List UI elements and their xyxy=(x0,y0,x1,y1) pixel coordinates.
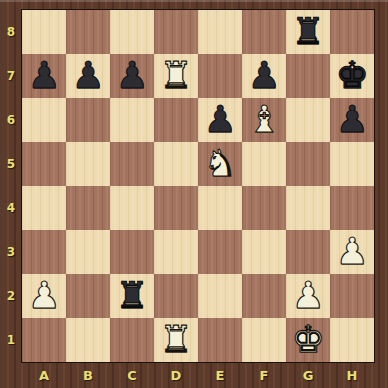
square-b4[interactable] xyxy=(66,186,110,230)
rank-labels: 87654321 xyxy=(0,10,22,362)
piece-black-pawn[interactable]: ♟ xyxy=(247,54,280,98)
square-h2[interactable] xyxy=(330,274,374,318)
square-e6[interactable]: ♟ xyxy=(198,98,242,142)
square-f2[interactable] xyxy=(242,274,286,318)
square-d2[interactable] xyxy=(154,274,198,318)
square-g2[interactable]: ♟ xyxy=(286,274,330,318)
piece-black-rook[interactable]: ♜ xyxy=(291,10,324,54)
board-grid: ♜♟♟♟♜♟♚♟♝♟♞♟♟♜♟♜♚ xyxy=(22,10,374,362)
piece-white-pawn[interactable]: ♟ xyxy=(291,274,324,318)
file-label-a: A xyxy=(22,362,66,388)
file-labels: ABCDEFGH xyxy=(22,362,374,388)
square-e3[interactable] xyxy=(198,230,242,274)
square-c5[interactable] xyxy=(110,142,154,186)
square-c3[interactable] xyxy=(110,230,154,274)
piece-black-pawn[interactable]: ♟ xyxy=(115,54,148,98)
square-g4[interactable] xyxy=(286,186,330,230)
piece-white-pawn[interactable]: ♟ xyxy=(335,230,368,274)
square-c7[interactable]: ♟ xyxy=(110,54,154,98)
square-h4[interactable] xyxy=(330,186,374,230)
square-b6[interactable] xyxy=(66,98,110,142)
square-e2[interactable] xyxy=(198,274,242,318)
square-b3[interactable] xyxy=(66,230,110,274)
square-c8[interactable] xyxy=(110,10,154,54)
rank-label-4: 4 xyxy=(0,186,22,230)
piece-white-bishop[interactable]: ♝ xyxy=(247,98,280,142)
square-b5[interactable] xyxy=(66,142,110,186)
square-b1[interactable] xyxy=(66,318,110,362)
square-d4[interactable] xyxy=(154,186,198,230)
square-f1[interactable] xyxy=(242,318,286,362)
square-e8[interactable] xyxy=(198,10,242,54)
square-e5[interactable]: ♞ xyxy=(198,142,242,186)
square-a4[interactable] xyxy=(22,186,66,230)
square-a6[interactable] xyxy=(22,98,66,142)
square-g7[interactable] xyxy=(286,54,330,98)
square-f3[interactable] xyxy=(242,230,286,274)
piece-black-king[interactable]: ♚ xyxy=(335,54,368,98)
piece-white-rook[interactable]: ♜ xyxy=(159,318,192,362)
square-a1[interactable] xyxy=(22,318,66,362)
piece-white-rook[interactable]: ♜ xyxy=(159,54,192,98)
square-b2[interactable] xyxy=(66,274,110,318)
square-h8[interactable] xyxy=(330,10,374,54)
square-c1[interactable] xyxy=(110,318,154,362)
square-h5[interactable] xyxy=(330,142,374,186)
square-b7[interactable]: ♟ xyxy=(66,54,110,98)
piece-white-pawn[interactable]: ♟ xyxy=(27,274,60,318)
square-a5[interactable] xyxy=(22,142,66,186)
rank-label-1: 1 xyxy=(0,318,22,362)
piece-white-knight[interactable]: ♞ xyxy=(203,142,236,186)
square-a8[interactable] xyxy=(22,10,66,54)
square-f5[interactable] xyxy=(242,142,286,186)
rank-label-3: 3 xyxy=(0,230,22,274)
square-g1[interactable]: ♚ xyxy=(286,318,330,362)
square-h6[interactable]: ♟ xyxy=(330,98,374,142)
square-a3[interactable] xyxy=(22,230,66,274)
file-label-h: H xyxy=(330,362,374,388)
square-b8[interactable] xyxy=(66,10,110,54)
rank-label-6: 6 xyxy=(0,98,22,142)
file-label-f: F xyxy=(242,362,286,388)
square-a2[interactable]: ♟ xyxy=(22,274,66,318)
piece-black-pawn[interactable]: ♟ xyxy=(27,54,60,98)
square-f8[interactable] xyxy=(242,10,286,54)
square-d3[interactable] xyxy=(154,230,198,274)
square-f4[interactable] xyxy=(242,186,286,230)
square-g8[interactable]: ♜ xyxy=(286,10,330,54)
square-h7[interactable]: ♚ xyxy=(330,54,374,98)
rank-label-2: 2 xyxy=(0,274,22,318)
square-g3[interactable] xyxy=(286,230,330,274)
square-d7[interactable]: ♜ xyxy=(154,54,198,98)
rank-label-5: 5 xyxy=(0,142,22,186)
square-d5[interactable] xyxy=(154,142,198,186)
square-f7[interactable]: ♟ xyxy=(242,54,286,98)
square-e4[interactable] xyxy=(198,186,242,230)
square-c2[interactable]: ♜ xyxy=(110,274,154,318)
piece-white-king[interactable]: ♚ xyxy=(291,318,324,362)
rank-label-8: 8 xyxy=(0,10,22,54)
rank-label-7: 7 xyxy=(0,54,22,98)
file-label-e: E xyxy=(198,362,242,388)
square-g6[interactable] xyxy=(286,98,330,142)
piece-black-rook[interactable]: ♜ xyxy=(115,274,148,318)
piece-black-pawn[interactable]: ♟ xyxy=(335,98,368,142)
square-c4[interactable] xyxy=(110,186,154,230)
file-label-c: C xyxy=(110,362,154,388)
square-d8[interactable] xyxy=(154,10,198,54)
file-label-g: G xyxy=(286,362,330,388)
square-c6[interactable] xyxy=(110,98,154,142)
file-label-d: D xyxy=(154,362,198,388)
square-f6[interactable]: ♝ xyxy=(242,98,286,142)
square-h3[interactable]: ♟ xyxy=(330,230,374,274)
square-h1[interactable] xyxy=(330,318,374,362)
square-d1[interactable]: ♜ xyxy=(154,318,198,362)
file-label-b: B xyxy=(66,362,110,388)
square-e1[interactable] xyxy=(198,318,242,362)
piece-black-pawn[interactable]: ♟ xyxy=(203,98,236,142)
square-d6[interactable] xyxy=(154,98,198,142)
square-g5[interactable] xyxy=(286,142,330,186)
chessboard-frame: 87654321 ♜♟♟♟♜♟♚♟♝♟♞♟♟♜♟♜♚ ABCDEFGH xyxy=(0,0,388,388)
piece-black-pawn[interactable]: ♟ xyxy=(71,54,104,98)
square-a7[interactable]: ♟ xyxy=(22,54,66,98)
square-e7[interactable] xyxy=(198,54,242,98)
